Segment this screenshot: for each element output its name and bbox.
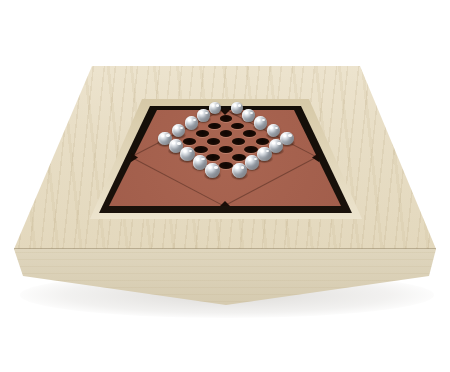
board-hole[interactable]: [243, 130, 256, 137]
marble[interactable]: [245, 155, 260, 170]
marble[interactable]: [242, 109, 255, 122]
marble[interactable]: [254, 116, 267, 129]
board-hole[interactable]: [256, 138, 269, 145]
board-hole[interactable]: [207, 138, 220, 145]
board-hole[interactable]: [231, 123, 243, 129]
board-hole[interactable]: [220, 130, 233, 137]
board-hole[interactable]: [206, 154, 220, 161]
board-hole[interactable]: [196, 130, 209, 137]
board-hole[interactable]: [219, 146, 233, 153]
board-hole[interactable]: [232, 154, 246, 161]
board-photo-scene: [0, 0, 450, 372]
marble[interactable]: [185, 116, 198, 129]
board-hole[interactable]: [194, 146, 208, 153]
board-hole[interactable]: [219, 162, 233, 169]
board-hole[interactable]: [208, 123, 220, 129]
marble[interactable]: [257, 147, 271, 161]
lattice-layer: [0, 0, 450, 372]
marble[interactable]: [232, 163, 247, 178]
board-hole[interactable]: [183, 138, 196, 145]
board-hole[interactable]: [232, 138, 245, 145]
board-hole[interactable]: [244, 146, 258, 153]
marble[interactable]: [205, 163, 220, 178]
board-hole[interactable]: [220, 115, 232, 121]
marble[interactable]: [197, 109, 210, 122]
